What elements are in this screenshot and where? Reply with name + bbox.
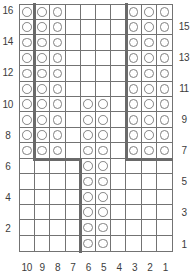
stitch-label-6: 6 bbox=[80, 262, 96, 273]
yarn-over-icon bbox=[37, 53, 47, 63]
cell-r10-s3 bbox=[126, 97, 141, 112]
cell-r12-s9 bbox=[35, 66, 50, 81]
cell-r1-s2 bbox=[142, 236, 157, 251]
yarn-over-icon bbox=[83, 207, 93, 217]
pattern-section-line bbox=[125, 158, 173, 161]
cell-r12-s8 bbox=[50, 66, 65, 81]
cell-r16-s4 bbox=[111, 5, 126, 20]
cell-r3-s5 bbox=[96, 205, 111, 220]
cell-r15-s7 bbox=[66, 20, 81, 35]
yarn-over-icon bbox=[53, 69, 63, 79]
cell-r7-s4 bbox=[111, 143, 126, 158]
yarn-over-icon bbox=[22, 69, 32, 79]
yarn-over-icon bbox=[83, 223, 93, 233]
yarn-over-icon bbox=[129, 7, 139, 17]
stitch-label-4: 4 bbox=[111, 262, 127, 273]
cell-r12-s7 bbox=[66, 66, 81, 81]
row-label-right-15: 15 bbox=[176, 22, 192, 32]
yarn-over-icon bbox=[53, 84, 63, 94]
cell-r11-s8 bbox=[50, 82, 65, 97]
cell-r14-s2 bbox=[142, 35, 157, 50]
yarn-over-icon bbox=[83, 130, 93, 140]
cell-r12-s1 bbox=[157, 66, 172, 81]
cell-r11-s1 bbox=[157, 82, 172, 97]
cell-r7-s5 bbox=[96, 143, 111, 158]
yarn-over-icon bbox=[160, 7, 170, 17]
cell-r5-s3 bbox=[126, 174, 141, 189]
yarn-over-icon bbox=[129, 38, 139, 48]
cell-r3-s10 bbox=[20, 205, 35, 220]
cell-r5-s6 bbox=[81, 174, 96, 189]
cell-r12-s2 bbox=[142, 66, 157, 81]
cell-r15-s1 bbox=[157, 20, 172, 35]
cell-r10-s7 bbox=[66, 97, 81, 112]
yarn-over-icon bbox=[129, 69, 139, 79]
cell-r5-s5 bbox=[96, 174, 111, 189]
cell-r12-s4 bbox=[111, 66, 126, 81]
cell-r7-s7 bbox=[66, 143, 81, 158]
cell-r15-s6 bbox=[81, 20, 96, 35]
cell-r15-s3 bbox=[126, 20, 141, 35]
yarn-over-icon bbox=[22, 22, 32, 32]
yarn-over-icon bbox=[129, 22, 139, 32]
stitch-label-5: 5 bbox=[96, 262, 112, 273]
row-label-left-14: 14 bbox=[0, 37, 16, 47]
cell-r9-s6 bbox=[81, 112, 96, 127]
cell-r15-s8 bbox=[50, 20, 65, 35]
row-label-left-2: 2 bbox=[0, 224, 16, 234]
cell-r3-s6 bbox=[81, 205, 96, 220]
yarn-over-icon bbox=[98, 223, 108, 233]
cell-r14-s9 bbox=[35, 35, 50, 50]
cell-r6-s6 bbox=[81, 159, 96, 174]
row-label-left-16: 16 bbox=[0, 6, 16, 16]
cell-r14-s3 bbox=[126, 35, 141, 50]
cell-r6-s2 bbox=[142, 159, 157, 174]
yarn-over-icon bbox=[53, 130, 63, 140]
cell-r9-s5 bbox=[96, 112, 111, 127]
cell-r5-s9 bbox=[35, 174, 50, 189]
row-label-right-13: 13 bbox=[176, 53, 192, 63]
cell-r6-s9 bbox=[35, 159, 50, 174]
cell-r15-s5 bbox=[96, 20, 111, 35]
yarn-over-icon bbox=[129, 53, 139, 63]
yarn-over-icon bbox=[37, 84, 47, 94]
cell-r4-s8 bbox=[50, 190, 65, 205]
stitch-label-8: 8 bbox=[50, 262, 66, 273]
cell-r4-s5 bbox=[96, 190, 111, 205]
yarn-over-icon bbox=[160, 69, 170, 79]
yarn-over-icon bbox=[53, 7, 63, 17]
cell-r10-s8 bbox=[50, 97, 65, 112]
cell-r6-s4 bbox=[111, 159, 126, 174]
yarn-over-icon bbox=[22, 53, 32, 63]
yarn-over-icon bbox=[22, 99, 32, 109]
cell-r14-s6 bbox=[81, 35, 96, 50]
yarn-over-icon bbox=[160, 84, 170, 94]
cell-r4-s6 bbox=[81, 190, 96, 205]
cell-r3-s8 bbox=[50, 205, 65, 220]
yarn-over-icon bbox=[144, 130, 154, 140]
yarn-over-icon bbox=[37, 38, 47, 48]
stitch-label-9: 9 bbox=[34, 262, 50, 273]
stitch-label-10: 10 bbox=[19, 262, 35, 273]
cell-r6-s1 bbox=[157, 159, 172, 174]
yarn-over-icon bbox=[98, 161, 108, 171]
cell-r16-s6 bbox=[81, 5, 96, 20]
yarn-over-icon bbox=[53, 38, 63, 48]
cell-r9-s9 bbox=[35, 112, 50, 127]
yarn-over-icon bbox=[37, 99, 47, 109]
yarn-over-icon bbox=[144, 146, 154, 156]
yarn-over-icon bbox=[129, 84, 139, 94]
yarn-over-icon bbox=[98, 146, 108, 156]
yarn-over-icon bbox=[22, 130, 32, 140]
cell-r6-s10 bbox=[20, 159, 35, 174]
yarn-over-icon bbox=[37, 22, 47, 32]
row-label-left-4: 4 bbox=[0, 193, 16, 203]
cell-r4-s4 bbox=[111, 190, 126, 205]
yarn-over-icon bbox=[144, 99, 154, 109]
yarn-over-icon bbox=[98, 177, 108, 187]
cell-r11-s6 bbox=[81, 82, 96, 97]
pattern-section-line bbox=[125, 3, 128, 161]
yarn-over-icon bbox=[144, 38, 154, 48]
yarn-over-icon bbox=[160, 38, 170, 48]
cell-r14-s5 bbox=[96, 35, 111, 50]
yarn-over-icon bbox=[37, 69, 47, 79]
cell-r13-s4 bbox=[111, 51, 126, 66]
cell-r8-s5 bbox=[96, 128, 111, 143]
yarn-over-icon bbox=[160, 99, 170, 109]
yarn-over-icon bbox=[160, 22, 170, 32]
yarn-over-icon bbox=[144, 84, 154, 94]
cell-r2-s10 bbox=[20, 220, 35, 235]
cell-r10-s6 bbox=[81, 97, 96, 112]
cell-r1-s6 bbox=[81, 236, 96, 251]
cell-r7-s1 bbox=[157, 143, 172, 158]
stitch-label-1: 1 bbox=[157, 262, 173, 273]
row-label-right-1: 1 bbox=[176, 240, 192, 250]
cell-r7-s6 bbox=[81, 143, 96, 158]
cell-r8-s3 bbox=[126, 128, 141, 143]
yarn-over-icon bbox=[83, 192, 93, 202]
chart-grid bbox=[19, 4, 173, 253]
cell-r3-s1 bbox=[157, 205, 172, 220]
cell-r7-s8 bbox=[50, 143, 65, 158]
cell-r5-s4 bbox=[111, 174, 126, 189]
yarn-over-icon bbox=[83, 177, 93, 187]
cell-r5-s1 bbox=[157, 174, 172, 189]
cell-r9-s2 bbox=[142, 112, 157, 127]
cell-r11-s4 bbox=[111, 82, 126, 97]
cell-r8-s8 bbox=[50, 128, 65, 143]
yarn-over-icon bbox=[22, 84, 32, 94]
cell-r12-s3 bbox=[126, 66, 141, 81]
yarn-over-icon bbox=[83, 146, 93, 156]
row-label-right-5: 5 bbox=[176, 177, 192, 187]
cell-r16-s7 bbox=[66, 5, 81, 20]
yarn-over-icon bbox=[144, 69, 154, 79]
cell-r3-s3 bbox=[126, 205, 141, 220]
yarn-over-icon bbox=[144, 22, 154, 32]
yarn-over-icon bbox=[53, 115, 63, 125]
cell-r13-s2 bbox=[142, 51, 157, 66]
row-label-left-6: 6 bbox=[0, 162, 16, 172]
cell-r1-s4 bbox=[111, 236, 126, 251]
yarn-over-icon bbox=[144, 53, 154, 63]
cell-r2-s4 bbox=[111, 220, 126, 235]
cell-r16-s1 bbox=[157, 5, 172, 20]
cell-r6-s3 bbox=[126, 159, 141, 174]
cell-r8-s1 bbox=[157, 128, 172, 143]
yarn-over-icon bbox=[160, 115, 170, 125]
cell-r10-s2 bbox=[142, 97, 157, 112]
yarn-over-icon bbox=[160, 146, 170, 156]
cell-r13-s6 bbox=[81, 51, 96, 66]
cell-r11-s5 bbox=[96, 82, 111, 97]
stitch-label-7: 7 bbox=[65, 262, 81, 273]
yarn-over-icon bbox=[37, 130, 47, 140]
cell-r3-s2 bbox=[142, 205, 157, 220]
pattern-section-line bbox=[79, 158, 82, 253]
yarn-over-icon bbox=[98, 130, 108, 140]
yarn-over-icon bbox=[144, 7, 154, 17]
cell-r7-s2 bbox=[142, 143, 157, 158]
cell-r5-s8 bbox=[50, 174, 65, 189]
cell-r6-s8 bbox=[50, 159, 65, 174]
cell-r11-s2 bbox=[142, 82, 157, 97]
cell-r11-s3 bbox=[126, 82, 141, 97]
knitting-chart: 1614121086421513119753110987654321 bbox=[0, 0, 193, 275]
yarn-over-icon bbox=[22, 146, 32, 156]
cell-r14-s8 bbox=[50, 35, 65, 50]
yarn-over-icon bbox=[98, 99, 108, 109]
cell-r2-s5 bbox=[96, 220, 111, 235]
cell-r8-s2 bbox=[142, 128, 157, 143]
cell-r10-s5 bbox=[96, 97, 111, 112]
cell-r1-s5 bbox=[96, 236, 111, 251]
yarn-over-icon bbox=[83, 99, 93, 109]
yarn-over-icon bbox=[53, 146, 63, 156]
cell-r11-s7 bbox=[66, 82, 81, 97]
yarn-over-icon bbox=[37, 115, 47, 125]
cell-r10-s1 bbox=[157, 97, 172, 112]
yarn-over-icon bbox=[37, 7, 47, 17]
cell-r16-s2 bbox=[142, 5, 157, 20]
stitch-label-2: 2 bbox=[142, 262, 158, 273]
cell-r2-s1 bbox=[157, 220, 172, 235]
yarn-over-icon bbox=[160, 53, 170, 63]
yarn-over-icon bbox=[37, 146, 47, 156]
cell-r5-s2 bbox=[142, 174, 157, 189]
cell-r12-s6 bbox=[81, 66, 96, 81]
yarn-over-icon bbox=[22, 7, 32, 17]
yarn-over-icon bbox=[83, 115, 93, 125]
cell-r9-s4 bbox=[111, 112, 126, 127]
cell-r8-s9 bbox=[35, 128, 50, 143]
yarn-over-icon bbox=[98, 192, 108, 202]
pattern-section-line bbox=[33, 3, 36, 161]
cell-r8-s7 bbox=[66, 128, 81, 143]
yarn-over-icon bbox=[53, 99, 63, 109]
cell-r15-s2 bbox=[142, 20, 157, 35]
cell-r1-s8 bbox=[50, 236, 65, 251]
cell-r9-s7 bbox=[66, 112, 81, 127]
cell-r1-s10 bbox=[20, 236, 35, 251]
yarn-over-icon bbox=[160, 130, 170, 140]
cell-r11-s9 bbox=[35, 82, 50, 97]
yarn-over-icon bbox=[129, 99, 139, 109]
yarn-over-icon bbox=[98, 115, 108, 125]
cell-r16-s5 bbox=[96, 5, 111, 20]
yarn-over-icon bbox=[98, 239, 108, 249]
cell-r10-s9 bbox=[35, 97, 50, 112]
yarn-over-icon bbox=[83, 161, 93, 171]
cell-r4-s9 bbox=[35, 190, 50, 205]
cell-r13-s9 bbox=[35, 51, 50, 66]
row-label-right-9: 9 bbox=[176, 115, 192, 125]
cell-r14-s1 bbox=[157, 35, 172, 50]
cell-r2-s6 bbox=[81, 220, 96, 235]
cell-r13-s7 bbox=[66, 51, 81, 66]
cell-r15-s4 bbox=[111, 20, 126, 35]
cell-r15-s9 bbox=[35, 20, 50, 35]
cell-r1-s1 bbox=[157, 236, 172, 251]
yarn-over-icon bbox=[83, 239, 93, 249]
cell-r1-s3 bbox=[126, 236, 141, 251]
cell-r2-s2 bbox=[142, 220, 157, 235]
cell-r3-s9 bbox=[35, 205, 50, 220]
cell-r13-s5 bbox=[96, 51, 111, 66]
yarn-over-icon bbox=[98, 207, 108, 217]
row-label-left-8: 8 bbox=[0, 131, 16, 141]
cell-r7-s9 bbox=[35, 143, 50, 158]
cell-r2-s3 bbox=[126, 220, 141, 235]
cell-r6-s5 bbox=[96, 159, 111, 174]
cell-r2-s8 bbox=[50, 220, 65, 235]
cell-r4-s2 bbox=[142, 190, 157, 205]
yarn-over-icon bbox=[53, 22, 63, 32]
cell-r16-s8 bbox=[50, 5, 65, 20]
yarn-over-icon bbox=[144, 115, 154, 125]
yarn-over-icon bbox=[129, 115, 139, 125]
row-label-left-12: 12 bbox=[0, 68, 16, 78]
yarn-over-icon bbox=[22, 38, 32, 48]
cell-r8-s4 bbox=[111, 128, 126, 143]
cell-r4-s10 bbox=[20, 190, 35, 205]
cell-r9-s1 bbox=[157, 112, 172, 127]
cell-r8-s6 bbox=[81, 128, 96, 143]
cell-r4-s3 bbox=[126, 190, 141, 205]
row-label-right-3: 3 bbox=[176, 208, 192, 218]
yarn-over-icon bbox=[129, 146, 139, 156]
cell-r3-s4 bbox=[111, 205, 126, 220]
cell-r13-s3 bbox=[126, 51, 141, 66]
row-label-right-7: 7 bbox=[176, 146, 192, 156]
row-label-right-11: 11 bbox=[176, 84, 192, 94]
cell-r14-s7 bbox=[66, 35, 81, 50]
cell-r13-s1 bbox=[157, 51, 172, 66]
stitch-label-3: 3 bbox=[127, 262, 143, 273]
cell-r4-s1 bbox=[157, 190, 172, 205]
yarn-over-icon bbox=[53, 53, 63, 63]
cell-r5-s10 bbox=[20, 174, 35, 189]
cell-r2-s9 bbox=[35, 220, 50, 235]
cell-r14-s4 bbox=[111, 35, 126, 50]
cell-r9-s3 bbox=[126, 112, 141, 127]
cell-r9-s8 bbox=[50, 112, 65, 127]
yarn-over-icon bbox=[22, 115, 32, 125]
pattern-section-line bbox=[33, 158, 82, 161]
cell-r13-s8 bbox=[50, 51, 65, 66]
row-label-left-10: 10 bbox=[0, 100, 16, 110]
yarn-over-icon bbox=[129, 130, 139, 140]
cell-r16-s3 bbox=[126, 5, 141, 20]
cell-r7-s3 bbox=[126, 143, 141, 158]
cell-r16-s9 bbox=[35, 5, 50, 20]
cell-r12-s5 bbox=[96, 66, 111, 81]
cell-r10-s4 bbox=[111, 97, 126, 112]
cell-r1-s9 bbox=[35, 236, 50, 251]
